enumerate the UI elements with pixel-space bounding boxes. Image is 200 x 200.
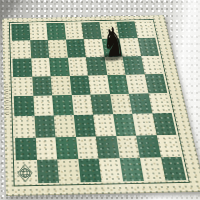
square-c1[interactable] [57, 159, 80, 183]
square-a4[interactable] [14, 96, 34, 117]
square-c3[interactable] [54, 115, 76, 137]
vinyl-mat [2, 15, 200, 196]
square-b1[interactable] [36, 159, 59, 183]
square-b7[interactable] [30, 40, 49, 58]
square-h3[interactable] [152, 113, 176, 135]
square-d4[interactable] [71, 95, 93, 116]
square-b2[interactable] [35, 137, 57, 160]
square-d6[interactable] [67, 57, 88, 76]
brand-globe-emblem-icon [17, 163, 33, 184]
square-d8[interactable] [64, 23, 84, 40]
square-c6[interactable] [49, 57, 69, 76]
edge-markings [5, 84, 8, 114]
chess-board [2, 15, 200, 196]
square-h4[interactable] [148, 93, 172, 114]
square-b3[interactable] [34, 116, 55, 138]
square-h5[interactable] [144, 74, 167, 94]
square-h6[interactable] [141, 55, 163, 74]
square-c4[interactable] [52, 95, 73, 116]
square-c2[interactable] [55, 136, 77, 159]
square-d1[interactable] [78, 158, 102, 182]
square-b8[interactable] [29, 23, 48, 40]
square-a7[interactable] [12, 40, 31, 58]
board-grid [11, 21, 186, 184]
square-a2[interactable] [15, 137, 36, 160]
square-d2[interactable] [76, 136, 99, 159]
square-a5[interactable] [13, 76, 33, 96]
square-b5[interactable] [32, 76, 52, 96]
square-a3[interactable] [14, 116, 35, 138]
square-h8[interactable] [134, 21, 155, 38]
square-b6[interactable] [31, 58, 51, 77]
square-h7[interactable] [137, 38, 159, 56]
square-h2[interactable] [156, 134, 181, 157]
square-d3[interactable] [73, 115, 95, 137]
square-h1[interactable] [161, 157, 187, 181]
board-border [9, 19, 190, 186]
square-c7[interactable] [48, 40, 68, 58]
black-knight[interactable]: ♞ [102, 21, 124, 63]
square-a8[interactable] [11, 24, 29, 41]
square-d7[interactable] [66, 39, 86, 57]
photo-scene: ♞ [0, 0, 200, 200]
square-c8[interactable] [46, 23, 65, 40]
square-a6[interactable] [12, 58, 31, 77]
square-c5[interactable] [51, 76, 72, 96]
square-d5[interactable] [69, 75, 90, 95]
square-b4[interactable] [33, 95, 54, 116]
